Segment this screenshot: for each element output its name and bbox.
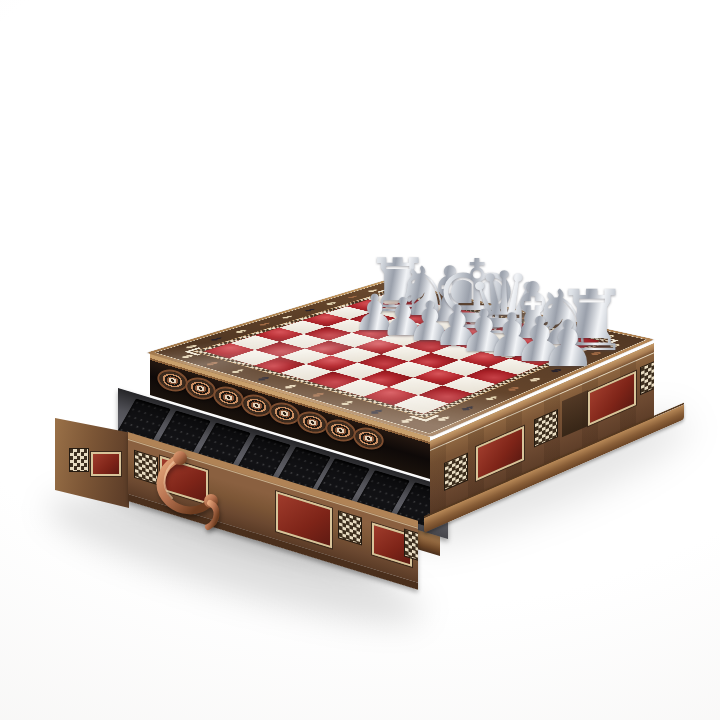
chess-piece-pawn-a2: ♟	[539, 312, 596, 376]
chess-set-product-photo: ♜♞♝♚♛♝♞♜♟♟♟♟♟♟♟♟	[0, 0, 720, 720]
piece-layer: ♜♞♝♚♛♝♞♜♟♟♟♟♟♟♟♟	[0, 0, 720, 720]
